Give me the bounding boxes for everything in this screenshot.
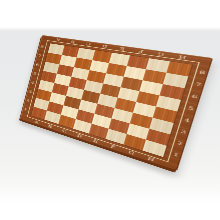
chess-board: ABCDEFGH ABCDEFGH 87654321 87654321 [20,35,213,171]
photo-backdrop: ABCDEFGH ABCDEFGH 87654321 87654321 [0,0,220,220]
squares-grid [31,43,192,157]
board-frame: ABCDEFGH ABCDEFGH 87654321 87654321 [20,35,213,171]
label-1-right: 1 [169,148,183,163]
